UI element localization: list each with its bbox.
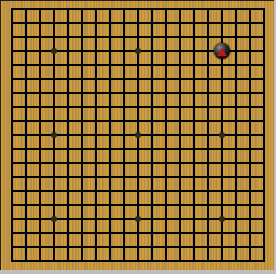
intersection[interactable]	[89, 184, 103, 198]
intersection[interactable]	[215, 100, 229, 114]
intersection[interactable]	[89, 156, 103, 170]
intersection[interactable]	[159, 58, 173, 72]
intersection[interactable]	[173, 30, 187, 44]
intersection[interactable]	[117, 170, 131, 184]
intersection[interactable]	[19, 44, 33, 58]
intersection[interactable]	[131, 198, 145, 212]
intersection[interactable]	[5, 142, 19, 156]
intersection[interactable]	[173, 170, 187, 184]
intersection[interactable]	[159, 114, 173, 128]
intersection[interactable]	[187, 254, 201, 268]
intersection[interactable]	[61, 156, 75, 170]
intersection[interactable]	[201, 142, 215, 156]
intersection[interactable]	[215, 58, 229, 72]
intersection[interactable]	[215, 184, 229, 198]
intersection[interactable]	[145, 114, 159, 128]
intersection[interactable]	[131, 226, 145, 240]
intersection[interactable]	[103, 184, 117, 198]
intersection[interactable]	[173, 142, 187, 156]
intersection[interactable]	[243, 254, 257, 268]
intersection[interactable]	[159, 128, 173, 142]
intersection[interactable]	[257, 184, 271, 198]
intersection[interactable]	[201, 156, 215, 170]
intersection[interactable]	[215, 212, 229, 226]
intersection[interactable]	[103, 198, 117, 212]
intersection[interactable]	[229, 2, 243, 16]
intersection[interactable]	[89, 198, 103, 212]
intersection[interactable]	[89, 226, 103, 240]
intersection[interactable]	[145, 212, 159, 226]
intersection[interactable]	[229, 30, 243, 44]
intersection[interactable]	[61, 212, 75, 226]
intersection[interactable]	[173, 240, 187, 254]
intersection[interactable]	[47, 184, 61, 198]
intersection[interactable]	[47, 58, 61, 72]
intersection[interactable]	[159, 156, 173, 170]
intersection[interactable]	[75, 30, 89, 44]
intersection[interactable]	[47, 170, 61, 184]
intersection[interactable]	[103, 170, 117, 184]
intersection[interactable]	[33, 86, 47, 100]
intersection[interactable]	[131, 2, 145, 16]
intersection[interactable]	[187, 170, 201, 184]
intersection[interactable]	[103, 100, 117, 114]
intersection[interactable]	[33, 212, 47, 226]
intersection[interactable]	[47, 30, 61, 44]
intersection[interactable]	[19, 226, 33, 240]
intersection[interactable]	[33, 198, 47, 212]
intersection[interactable]	[243, 142, 257, 156]
intersection[interactable]	[5, 128, 19, 142]
intersection[interactable]	[61, 184, 75, 198]
intersection[interactable]	[5, 100, 19, 114]
intersection[interactable]	[19, 16, 33, 30]
intersection[interactable]	[61, 170, 75, 184]
intersection[interactable]	[201, 58, 215, 72]
intersection[interactable]	[19, 240, 33, 254]
intersection[interactable]	[131, 128, 145, 142]
intersection[interactable]	[89, 2, 103, 16]
intersection[interactable]	[131, 170, 145, 184]
intersection[interactable]	[103, 254, 117, 268]
intersection[interactable]	[75, 240, 89, 254]
intersection[interactable]	[215, 226, 229, 240]
intersection[interactable]	[187, 128, 201, 142]
intersection[interactable]	[89, 212, 103, 226]
intersection[interactable]	[243, 58, 257, 72]
intersection[interactable]	[145, 254, 159, 268]
intersection[interactable]	[173, 212, 187, 226]
intersection[interactable]	[229, 156, 243, 170]
intersection[interactable]	[229, 212, 243, 226]
intersection[interactable]	[61, 114, 75, 128]
intersection[interactable]	[187, 240, 201, 254]
intersection[interactable]	[61, 30, 75, 44]
intersection[interactable]	[187, 100, 201, 114]
intersection[interactable]	[173, 184, 187, 198]
intersection[interactable]	[75, 254, 89, 268]
intersection[interactable]	[215, 254, 229, 268]
intersection[interactable]	[33, 2, 47, 16]
intersection[interactable]	[19, 156, 33, 170]
intersection[interactable]	[159, 86, 173, 100]
intersection[interactable]	[187, 212, 201, 226]
intersection[interactable]	[19, 100, 33, 114]
intersection[interactable]	[145, 16, 159, 30]
intersection[interactable]	[117, 16, 131, 30]
intersection[interactable]	[201, 198, 215, 212]
intersection[interactable]	[201, 240, 215, 254]
intersection[interactable]	[145, 226, 159, 240]
intersection[interactable]	[145, 44, 159, 58]
intersection[interactable]	[117, 142, 131, 156]
intersection[interactable]	[117, 114, 131, 128]
intersection[interactable]	[33, 58, 47, 72]
intersection[interactable]	[243, 226, 257, 240]
intersection[interactable]	[229, 86, 243, 100]
intersection[interactable]	[75, 142, 89, 156]
intersection[interactable]	[47, 198, 61, 212]
intersection[interactable]	[117, 128, 131, 142]
intersection[interactable]	[75, 198, 89, 212]
intersection[interactable]	[159, 170, 173, 184]
intersection[interactable]	[145, 184, 159, 198]
intersection[interactable]	[5, 86, 19, 100]
intersection[interactable]	[75, 44, 89, 58]
intersection[interactable]	[173, 58, 187, 72]
intersection[interactable]	[145, 58, 159, 72]
intersection[interactable]	[131, 212, 145, 226]
intersection[interactable]	[61, 16, 75, 30]
intersection[interactable]	[145, 198, 159, 212]
intersection[interactable]	[89, 170, 103, 184]
intersection[interactable]	[61, 240, 75, 254]
intersection[interactable]	[75, 72, 89, 86]
intersection[interactable]	[145, 156, 159, 170]
intersection[interactable]	[173, 44, 187, 58]
intersection[interactable]	[145, 2, 159, 16]
intersection[interactable]	[61, 2, 75, 16]
intersection[interactable]	[19, 254, 33, 268]
intersection[interactable]	[47, 114, 61, 128]
intersection[interactable]	[117, 156, 131, 170]
intersection[interactable]	[229, 170, 243, 184]
intersection[interactable]	[75, 86, 89, 100]
intersection[interactable]	[257, 30, 271, 44]
intersection[interactable]	[33, 128, 47, 142]
intersection[interactable]	[47, 86, 61, 100]
board-intersections-grid[interactable]	[5, 2, 271, 268]
intersection[interactable]	[173, 100, 187, 114]
intersection[interactable]	[243, 100, 257, 114]
intersection[interactable]	[187, 44, 201, 58]
intersection[interactable]	[257, 240, 271, 254]
intersection[interactable]	[103, 128, 117, 142]
intersection[interactable]	[19, 86, 33, 100]
intersection[interactable]	[229, 240, 243, 254]
intersection[interactable]	[145, 86, 159, 100]
intersection[interactable]	[47, 16, 61, 30]
intersection[interactable]	[187, 30, 201, 44]
intersection[interactable]	[47, 72, 61, 86]
intersection[interactable]	[215, 114, 229, 128]
intersection[interactable]	[159, 16, 173, 30]
black-stone[interactable]	[214, 43, 230, 59]
intersection[interactable]	[159, 100, 173, 114]
intersection[interactable]	[159, 72, 173, 86]
intersection[interactable]	[117, 184, 131, 198]
intersection[interactable]	[173, 198, 187, 212]
intersection[interactable]	[201, 170, 215, 184]
intersection[interactable]	[159, 30, 173, 44]
intersection[interactable]	[243, 198, 257, 212]
intersection[interactable]	[187, 2, 201, 16]
intersection[interactable]	[47, 156, 61, 170]
intersection[interactable]	[215, 198, 229, 212]
intersection[interactable]	[215, 128, 229, 142]
intersection[interactable]	[243, 156, 257, 170]
intersection[interactable]	[201, 114, 215, 128]
intersection[interactable]	[103, 30, 117, 44]
intersection[interactable]	[215, 2, 229, 16]
intersection[interactable]	[215, 142, 229, 156]
intersection[interactable]	[103, 44, 117, 58]
intersection[interactable]	[159, 254, 173, 268]
intersection[interactable]	[61, 198, 75, 212]
intersection[interactable]	[173, 2, 187, 16]
intersection[interactable]	[117, 72, 131, 86]
intersection[interactable]	[5, 254, 19, 268]
intersection[interactable]	[89, 240, 103, 254]
intersection[interactable]	[75, 212, 89, 226]
intersection[interactable]	[47, 142, 61, 156]
intersection[interactable]	[159, 2, 173, 16]
intersection[interactable]	[131, 100, 145, 114]
intersection[interactable]	[257, 2, 271, 16]
intersection[interactable]	[243, 16, 257, 30]
intersection[interactable]	[103, 156, 117, 170]
intersection[interactable]	[19, 114, 33, 128]
intersection[interactable]	[215, 72, 229, 86]
intersection[interactable]	[145, 100, 159, 114]
intersection[interactable]	[201, 128, 215, 142]
intersection[interactable]	[19, 72, 33, 86]
intersection[interactable]	[131, 114, 145, 128]
intersection[interactable]	[89, 44, 103, 58]
intersection[interactable]	[257, 128, 271, 142]
intersection[interactable]	[145, 30, 159, 44]
intersection[interactable]	[215, 170, 229, 184]
intersection[interactable]	[89, 86, 103, 100]
intersection[interactable]	[103, 240, 117, 254]
intersection[interactable]	[75, 128, 89, 142]
intersection[interactable]	[229, 198, 243, 212]
intersection[interactable]	[89, 16, 103, 30]
intersection[interactable]	[103, 212, 117, 226]
intersection[interactable]	[215, 30, 229, 44]
intersection[interactable]	[131, 16, 145, 30]
intersection[interactable]	[33, 240, 47, 254]
intersection[interactable]	[257, 142, 271, 156]
intersection[interactable]	[229, 254, 243, 268]
intersection[interactable]	[89, 30, 103, 44]
intersection[interactable]	[103, 114, 117, 128]
intersection[interactable]	[61, 72, 75, 86]
intersection[interactable]	[131, 86, 145, 100]
intersection[interactable]	[75, 16, 89, 30]
intersection[interactable]	[19, 30, 33, 44]
intersection[interactable]	[215, 240, 229, 254]
intersection[interactable]	[5, 72, 19, 86]
intersection[interactable]	[187, 114, 201, 128]
intersection[interactable]	[243, 212, 257, 226]
intersection[interactable]	[47, 240, 61, 254]
intersection[interactable]	[131, 72, 145, 86]
intersection[interactable]	[117, 254, 131, 268]
intersection[interactable]	[47, 44, 61, 58]
intersection[interactable]	[5, 44, 19, 58]
intersection[interactable]	[159, 226, 173, 240]
intersection[interactable]	[159, 184, 173, 198]
intersection[interactable]	[103, 58, 117, 72]
intersection[interactable]	[47, 254, 61, 268]
intersection[interactable]	[5, 114, 19, 128]
intersection[interactable]	[257, 198, 271, 212]
intersection[interactable]	[131, 254, 145, 268]
intersection[interactable]	[33, 226, 47, 240]
intersection[interactable]	[75, 58, 89, 72]
intersection[interactable]	[103, 16, 117, 30]
intersection[interactable]	[173, 156, 187, 170]
intersection[interactable]	[131, 240, 145, 254]
intersection[interactable]	[229, 226, 243, 240]
intersection[interactable]	[103, 86, 117, 100]
intersection[interactable]	[61, 128, 75, 142]
intersection[interactable]	[145, 142, 159, 156]
intersection[interactable]	[5, 184, 19, 198]
intersection[interactable]	[117, 58, 131, 72]
intersection[interactable]	[5, 170, 19, 184]
intersection[interactable]	[5, 156, 19, 170]
intersection[interactable]	[5, 16, 19, 30]
intersection[interactable]	[201, 100, 215, 114]
intersection[interactable]	[243, 114, 257, 128]
intersection[interactable]	[201, 184, 215, 198]
intersection[interactable]	[33, 156, 47, 170]
intersection[interactable]	[229, 184, 243, 198]
intersection[interactable]	[173, 226, 187, 240]
intersection[interactable]	[243, 128, 257, 142]
intersection[interactable]	[5, 226, 19, 240]
intersection[interactable]	[131, 30, 145, 44]
intersection[interactable]	[117, 226, 131, 240]
intersection[interactable]	[243, 72, 257, 86]
intersection[interactable]	[75, 184, 89, 198]
intersection[interactable]	[229, 44, 243, 58]
intersection[interactable]	[173, 114, 187, 128]
intersection[interactable]	[75, 226, 89, 240]
intersection[interactable]	[89, 114, 103, 128]
intersection[interactable]	[257, 226, 271, 240]
intersection[interactable]	[5, 198, 19, 212]
intersection[interactable]	[229, 16, 243, 30]
intersection[interactable]	[61, 100, 75, 114]
intersection[interactable]	[117, 30, 131, 44]
intersection[interactable]	[257, 114, 271, 128]
intersection[interactable]	[117, 240, 131, 254]
intersection[interactable]	[33, 72, 47, 86]
intersection[interactable]	[229, 72, 243, 86]
intersection[interactable]	[201, 16, 215, 30]
intersection[interactable]	[131, 156, 145, 170]
intersection[interactable]	[187, 142, 201, 156]
intersection[interactable]	[257, 16, 271, 30]
intersection[interactable]	[117, 86, 131, 100]
intersection[interactable]	[187, 86, 201, 100]
intersection[interactable]	[33, 44, 47, 58]
intersection[interactable]	[75, 100, 89, 114]
intersection[interactable]	[187, 184, 201, 198]
intersection[interactable]	[145, 170, 159, 184]
intersection[interactable]	[173, 254, 187, 268]
intersection[interactable]	[61, 254, 75, 268]
intersection[interactable]	[201, 2, 215, 16]
intersection[interactable]	[187, 156, 201, 170]
intersection[interactable]	[257, 156, 271, 170]
intersection[interactable]	[117, 100, 131, 114]
intersection[interactable]	[33, 170, 47, 184]
intersection[interactable]	[145, 128, 159, 142]
intersection[interactable]	[75, 156, 89, 170]
intersection[interactable]	[215, 156, 229, 170]
intersection[interactable]	[159, 142, 173, 156]
intersection[interactable]	[131, 44, 145, 58]
intersection[interactable]	[19, 170, 33, 184]
intersection[interactable]	[19, 212, 33, 226]
intersection[interactable]	[117, 44, 131, 58]
intersection[interactable]	[243, 30, 257, 44]
intersection[interactable]	[215, 44, 229, 58]
intersection[interactable]	[173, 128, 187, 142]
intersection[interactable]	[89, 254, 103, 268]
intersection[interactable]	[103, 2, 117, 16]
intersection[interactable]	[103, 226, 117, 240]
intersection[interactable]	[201, 72, 215, 86]
intersection[interactable]	[61, 86, 75, 100]
intersection[interactable]	[47, 100, 61, 114]
intersection[interactable]	[5, 2, 19, 16]
intersection[interactable]	[19, 128, 33, 142]
intersection[interactable]	[61, 226, 75, 240]
intersection[interactable]	[257, 170, 271, 184]
intersection[interactable]	[187, 16, 201, 30]
intersection[interactable]	[131, 142, 145, 156]
intersection[interactable]	[159, 44, 173, 58]
intersection[interactable]	[89, 142, 103, 156]
intersection[interactable]	[61, 58, 75, 72]
intersection[interactable]	[201, 226, 215, 240]
intersection[interactable]	[5, 58, 19, 72]
intersection[interactable]	[201, 212, 215, 226]
intersection[interactable]	[103, 142, 117, 156]
intersection[interactable]	[89, 100, 103, 114]
intersection[interactable]	[201, 30, 215, 44]
intersection[interactable]	[243, 184, 257, 198]
intersection[interactable]	[229, 128, 243, 142]
intersection[interactable]	[159, 198, 173, 212]
intersection[interactable]	[33, 254, 47, 268]
intersection[interactable]	[19, 2, 33, 16]
